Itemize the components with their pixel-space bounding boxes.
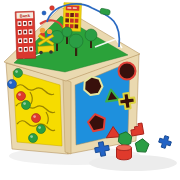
maze-knob-red — [32, 114, 41, 123]
yb-window — [75, 13, 79, 17]
wire-bead-red — [50, 6, 55, 11]
bank-window-pane — [29, 22, 31, 24]
knob-highlight — [15, 70, 18, 73]
knob-highlight — [9, 81, 12, 84]
wheel — [49, 50, 53, 54]
knob-highlight — [33, 115, 36, 118]
block-pentagon-green — [135, 139, 149, 152]
sign-dash — [67, 7, 71, 9]
bank-window-pane — [24, 39, 26, 41]
bank-building: Bank — [15, 11, 36, 59]
bank-window-pane — [30, 48, 32, 50]
activity-cube-scene: Bank — [0, 0, 180, 180]
bank-window-pane — [19, 48, 21, 50]
toy-photo: Bank — [0, 0, 180, 180]
shape-hole-heptagon — [84, 77, 102, 96]
yb-window — [66, 13, 70, 17]
bank-window-pane — [18, 22, 20, 24]
knob-highlight — [18, 93, 21, 96]
bank-window-pane — [24, 31, 26, 33]
sign-dash — [73, 7, 77, 9]
knob-highlight — [30, 135, 33, 138]
maze-knob-green — [14, 69, 23, 78]
maze-knob-red — [17, 92, 26, 101]
yb-window — [70, 13, 74, 17]
knob-highlight — [23, 102, 26, 105]
block-cross-blue — [159, 136, 172, 149]
bank-window-pane — [30, 39, 32, 41]
yb-window — [65, 18, 69, 22]
bank-window-pane — [19, 40, 21, 42]
bank-window-pane — [25, 48, 27, 50]
yb-window — [70, 24, 74, 28]
bank-window-pane — [19, 31, 21, 33]
car-bead — [100, 8, 111, 15]
bank-sign-text: Bank — [20, 13, 31, 18]
maze-knob-green — [37, 125, 46, 134]
shape-hole-circle — [119, 63, 136, 80]
blocks-shadow — [89, 155, 177, 171]
maze-knob-green — [29, 134, 38, 143]
maze-knob-green — [22, 101, 31, 110]
wire-bead-blue — [42, 11, 46, 15]
yb-window — [75, 19, 79, 23]
cylinder-top — [117, 145, 132, 151]
wheel — [39, 51, 43, 55]
yellow-building-windows — [65, 13, 79, 29]
bank-window-pane — [30, 31, 32, 33]
bank-window-pane — [24, 22, 26, 24]
maze-knob-blue — [8, 80, 17, 89]
yb-window — [75, 24, 79, 28]
knob-highlight — [38, 126, 41, 129]
yb-window — [70, 19, 74, 23]
